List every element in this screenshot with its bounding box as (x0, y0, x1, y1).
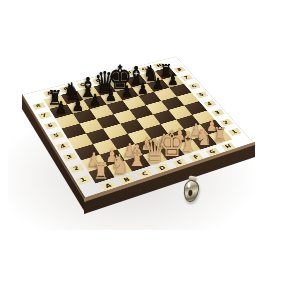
piece-white-rook[interactable]: ♜ (93, 159, 109, 182)
piece-white-knight[interactable]: ♞ (196, 126, 213, 149)
piece-white-knight[interactable]: ♞ (110, 150, 129, 177)
piece-black-pawn[interactable]: ♟ (105, 88, 117, 105)
chess-set-photo: ABCDEFGH8877665544332211ABCDEFGH ♜♞♝♛♚♝♞… (0, 0, 285, 285)
piece-black-pawn[interactable]: ♟ (72, 96, 84, 113)
coordinate-label: 2 (69, 164, 84, 174)
coordinate-label: 7 (37, 112, 51, 120)
piece-white-rook[interactable]: ♜ (213, 125, 227, 144)
coordinate-label: 3 (62, 153, 77, 162)
coordinate-label: 6 (43, 121, 57, 129)
coordinate-label: 4 (203, 100, 216, 107)
piece-black-pawn[interactable]: ♟ (89, 92, 101, 109)
piece-black-pawn[interactable]: ♟ (167, 73, 178, 88)
coordinate-label: 5 (49, 131, 63, 140)
coordinate-label: 8 (32, 102, 46, 110)
piece-black-pawn[interactable]: ♟ (55, 100, 68, 118)
piece-black-pawn[interactable]: ♟ (152, 77, 163, 92)
piece-black-pawn[interactable]: ♟ (121, 84, 133, 100)
coordinate-label: 7 (180, 74, 193, 81)
piece-white-bishop[interactable]: ♝ (127, 142, 148, 171)
coordinate-label: 6 (188, 83, 201, 90)
piece-black-pawn[interactable]: ♟ (137, 80, 148, 96)
coordinate-label: 5 (195, 91, 208, 98)
coordinate-label: 1 (228, 128, 242, 136)
coordinate-label: 4 (56, 142, 71, 151)
coordinate-label: 1 (76, 175, 91, 185)
